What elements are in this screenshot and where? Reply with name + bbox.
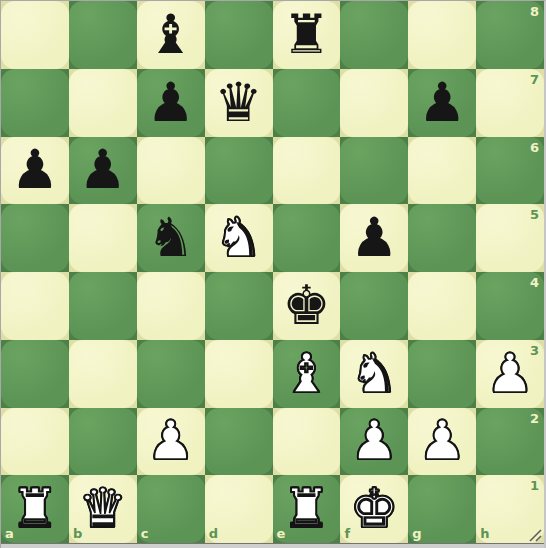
square-a7[interactable]: [1, 69, 69, 137]
square-b8[interactable]: [69, 1, 137, 69]
square-b2[interactable]: [69, 408, 137, 476]
square-d3[interactable]: [205, 340, 273, 408]
square-d2[interactable]: [205, 408, 273, 476]
square-b3[interactable]: [69, 340, 137, 408]
rank-label-6: 6: [530, 140, 539, 155]
white-pawn-piece[interactable]: ♟: [137, 408, 205, 476]
square-f3[interactable]: ♞: [340, 340, 408, 408]
square-d6[interactable]: [205, 137, 273, 205]
black-pawn-piece[interactable]: ♟: [408, 69, 476, 137]
white-pawn-piece[interactable]: ♟: [476, 340, 544, 408]
square-a1[interactable]: ♜a: [1, 475, 69, 543]
white-knight-piece[interactable]: ♞: [340, 340, 408, 408]
square-c1[interactable]: c: [137, 475, 205, 543]
board: ♝♜8♟♛♟7♟♟6♞♞♟5♚4♝♞♟3♟♟♟2♜a♛bcd♜e♚fg1h: [1, 1, 544, 543]
white-rook-piece[interactable]: ♜: [273, 475, 341, 543]
square-f8[interactable]: [340, 1, 408, 69]
rank-label-5: 5: [530, 207, 539, 222]
white-knight-piece[interactable]: ♞: [205, 204, 273, 272]
square-b5[interactable]: [69, 204, 137, 272]
square-c6[interactable]: [137, 137, 205, 205]
black-pawn-piece[interactable]: ♟: [69, 137, 137, 205]
rank-label-4: 4: [530, 275, 539, 290]
square-h4[interactable]: 4: [476, 272, 544, 340]
square-h3[interactable]: ♟3: [476, 340, 544, 408]
square-h5[interactable]: 5: [476, 204, 544, 272]
square-f7[interactable]: [340, 69, 408, 137]
square-g8[interactable]: [408, 1, 476, 69]
rank-label-1: 1: [530, 478, 539, 493]
square-a5[interactable]: [1, 204, 69, 272]
white-bishop-piece[interactable]: ♝: [273, 340, 341, 408]
rank-label-7: 7: [530, 72, 539, 87]
square-b4[interactable]: [69, 272, 137, 340]
square-g1[interactable]: g: [408, 475, 476, 543]
square-b6[interactable]: ♟: [69, 137, 137, 205]
square-f4[interactable]: [340, 272, 408, 340]
black-pawn-piece[interactable]: ♟: [1, 137, 69, 205]
black-queen-piece[interactable]: ♛: [205, 69, 273, 137]
square-g3[interactable]: [408, 340, 476, 408]
square-e7[interactable]: [273, 69, 341, 137]
square-c7[interactable]: ♟: [137, 69, 205, 137]
file-label-c: c: [141, 526, 149, 541]
square-h7[interactable]: 7: [476, 69, 544, 137]
square-c5[interactable]: ♞: [137, 204, 205, 272]
square-a2[interactable]: [1, 408, 69, 476]
file-label-d: d: [209, 526, 218, 541]
square-h6[interactable]: 6: [476, 137, 544, 205]
white-pawn-piece[interactable]: ♟: [408, 408, 476, 476]
black-knight-piece[interactable]: ♞: [137, 204, 205, 272]
file-label-g: g: [412, 526, 421, 541]
white-rook-piece[interactable]: ♜: [1, 475, 69, 543]
square-g6[interactable]: [408, 137, 476, 205]
rank-label-8: 8: [530, 4, 539, 19]
square-e5[interactable]: [273, 204, 341, 272]
resize-handle-icon[interactable]: [528, 527, 542, 541]
square-g7[interactable]: ♟: [408, 69, 476, 137]
square-b7[interactable]: [69, 69, 137, 137]
square-e3[interactable]: ♝: [273, 340, 341, 408]
square-e4[interactable]: ♚: [273, 272, 341, 340]
square-h8[interactable]: 8: [476, 1, 544, 69]
white-king-piece[interactable]: ♚: [340, 475, 408, 543]
white-queen-piece[interactable]: ♛: [69, 475, 137, 543]
square-d5[interactable]: ♞: [205, 204, 273, 272]
square-a3[interactable]: [1, 340, 69, 408]
square-e1[interactable]: ♜e: [273, 475, 341, 543]
white-pawn-piece[interactable]: ♟: [340, 408, 408, 476]
square-h2[interactable]: 2: [476, 408, 544, 476]
black-king-piece[interactable]: ♚: [273, 272, 341, 340]
square-d8[interactable]: [205, 1, 273, 69]
square-c2[interactable]: ♟: [137, 408, 205, 476]
chess-board-window: ♝♜8♟♛♟7♟♟6♞♞♟5♚4♝♞♟3♟♟♟2♜a♛bcd♜e♚fg1h: [0, 0, 546, 548]
file-label-h: h: [480, 526, 489, 541]
square-c8[interactable]: ♝: [137, 1, 205, 69]
square-e2[interactable]: [273, 408, 341, 476]
square-c4[interactable]: [137, 272, 205, 340]
window-bottom-edge: [1, 543, 544, 548]
black-bishop-piece[interactable]: ♝: [137, 1, 205, 69]
square-d1[interactable]: d: [205, 475, 273, 543]
square-a4[interactable]: [1, 272, 69, 340]
square-f6[interactable]: [340, 137, 408, 205]
square-a8[interactable]: [1, 1, 69, 69]
black-pawn-piece[interactable]: ♟: [340, 204, 408, 272]
square-c3[interactable]: [137, 340, 205, 408]
square-f1[interactable]: ♚f: [340, 475, 408, 543]
black-pawn-piece[interactable]: ♟: [137, 69, 205, 137]
square-d4[interactable]: [205, 272, 273, 340]
rank-label-2: 2: [530, 411, 539, 426]
square-e8[interactable]: ♜: [273, 1, 341, 69]
square-h1[interactable]: 1h: [476, 475, 544, 543]
square-a6[interactable]: ♟: [1, 137, 69, 205]
square-d7[interactable]: ♛: [205, 69, 273, 137]
square-g5[interactable]: [408, 204, 476, 272]
square-g4[interactable]: [408, 272, 476, 340]
square-f5[interactable]: ♟: [340, 204, 408, 272]
square-b1[interactable]: ♛b: [69, 475, 137, 543]
square-f2[interactable]: ♟: [340, 408, 408, 476]
square-e6[interactable]: [273, 137, 341, 205]
square-g2[interactable]: ♟: [408, 408, 476, 476]
black-rook-piece[interactable]: ♜: [273, 1, 341, 69]
